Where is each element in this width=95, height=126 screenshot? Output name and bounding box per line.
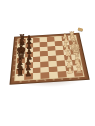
coord-label: 1 [77,77,80,80]
coord-label: a [12,76,14,78]
coord-label: 2 [69,77,71,80]
board-grid [15,36,83,81]
coord-label: c [13,65,15,67]
coord-label: e [14,55,16,57]
coord-label: 7 [28,80,30,83]
coord-label: 4 [52,78,54,81]
coord-label: b [13,70,15,72]
coord-label: 8 [19,80,21,83]
coord-label: f [15,50,16,52]
coord-label: 3 [61,78,63,81]
brass-clasp-icon [78,27,83,31]
coord-label: d [14,59,16,61]
coord-label: g [15,45,17,47]
coord-label: 5 [44,79,46,82]
chess-set-photo: 87654321 hgfedcba ♜♟♟♜♞♟♟♞♝♟♟♝♚♟♟♚♛♟♟♛♝♟… [0,0,95,126]
coord-label: h [15,41,17,43]
chess-board: 87654321 hgfedcba [9,33,89,85]
board-frame: 87654321 hgfedcba [9,33,89,85]
coord-label: 6 [36,79,38,82]
